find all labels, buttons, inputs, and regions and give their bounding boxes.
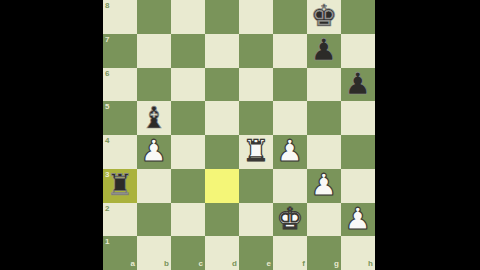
square-f4[interactable]: ♟ (273, 135, 307, 169)
square-f2[interactable]: ♚ (273, 203, 307, 237)
white-rook[interactable]: ♜ (239, 135, 273, 169)
square-b8[interactable] (137, 0, 171, 34)
square-e5[interactable] (239, 101, 273, 135)
square-d3[interactable] (205, 169, 239, 203)
square-h5[interactable] (341, 101, 375, 135)
file-label-g: g (334, 260, 339, 268)
black-bishop[interactable]: ♝ (137, 101, 171, 135)
square-c7[interactable] (171, 34, 205, 68)
file-label-c: c (199, 260, 203, 268)
rank-label-1: 1 (105, 238, 109, 246)
square-c4[interactable] (171, 135, 205, 169)
square-e4[interactable]: ♜ (239, 135, 273, 169)
square-g2[interactable] (307, 203, 341, 237)
black-king[interactable]: ♚ (307, 0, 341, 34)
rank-label-4: 4 (105, 137, 109, 145)
square-g4[interactable] (307, 135, 341, 169)
square-a8[interactable]: 8 (103, 0, 137, 34)
square-c5[interactable] (171, 101, 205, 135)
rank-label-7: 7 (105, 36, 109, 44)
square-g1[interactable]: g (307, 236, 341, 270)
square-a7[interactable]: 7 (103, 34, 137, 68)
square-h6[interactable]: ♟ (341, 68, 375, 102)
black-rook[interactable]: ♜ (103, 169, 137, 203)
square-g5[interactable] (307, 101, 341, 135)
rank-label-6: 6 (105, 70, 109, 78)
square-e6[interactable] (239, 68, 273, 102)
square-d6[interactable] (205, 68, 239, 102)
square-e3[interactable] (239, 169, 273, 203)
square-b4[interactable]: ♟ (137, 135, 171, 169)
square-b5[interactable]: ♝ (137, 101, 171, 135)
square-h1[interactable]: h (341, 236, 375, 270)
white-king[interactable]: ♚ (273, 203, 307, 237)
app-background: 8♚7♟6♟5♝4♟♜♟3♜♟2♚♟1abcdefgh (0, 0, 480, 270)
square-g8[interactable]: ♚ (307, 0, 341, 34)
square-d5[interactable] (205, 101, 239, 135)
square-h7[interactable] (341, 34, 375, 68)
black-pawn[interactable]: ♟ (341, 68, 375, 102)
square-f1[interactable]: f (273, 236, 307, 270)
square-a5[interactable]: 5 (103, 101, 137, 135)
black-pawn[interactable]: ♟ (307, 34, 341, 68)
square-b3[interactable] (137, 169, 171, 203)
square-c6[interactable] (171, 68, 205, 102)
square-h8[interactable] (341, 0, 375, 34)
square-f6[interactable] (273, 68, 307, 102)
white-pawn[interactable]: ♟ (137, 135, 171, 169)
square-f3[interactable] (273, 169, 307, 203)
square-e8[interactable] (239, 0, 273, 34)
square-b2[interactable] (137, 203, 171, 237)
file-label-b: b (164, 260, 169, 268)
square-h4[interactable] (341, 135, 375, 169)
square-a6[interactable]: 6 (103, 68, 137, 102)
square-g7[interactable]: ♟ (307, 34, 341, 68)
rank-label-2: 2 (105, 205, 109, 213)
square-d4[interactable] (205, 135, 239, 169)
square-g6[interactable] (307, 68, 341, 102)
file-label-d: d (232, 260, 237, 268)
square-c2[interactable] (171, 203, 205, 237)
square-b1[interactable]: b (137, 236, 171, 270)
white-pawn[interactable]: ♟ (341, 203, 375, 237)
rank-label-5: 5 (105, 103, 109, 111)
square-d2[interactable] (205, 203, 239, 237)
square-a3[interactable]: 3♜ (103, 169, 137, 203)
square-d1[interactable]: d (205, 236, 239, 270)
file-label-h: h (368, 260, 373, 268)
square-a1[interactable]: 1a (103, 236, 137, 270)
white-pawn[interactable]: ♟ (307, 169, 341, 203)
square-d8[interactable] (205, 0, 239, 34)
chess-board: 8♚7♟6♟5♝4♟♜♟3♜♟2♚♟1abcdefgh (103, 0, 375, 270)
square-e7[interactable] (239, 34, 273, 68)
square-e2[interactable] (239, 203, 273, 237)
square-b7[interactable] (137, 34, 171, 68)
square-f7[interactable] (273, 34, 307, 68)
square-g3[interactable]: ♟ (307, 169, 341, 203)
square-h2[interactable]: ♟ (341, 203, 375, 237)
square-e1[interactable]: e (239, 236, 273, 270)
square-c1[interactable]: c (171, 236, 205, 270)
rank-label-8: 8 (105, 2, 109, 10)
square-f5[interactable] (273, 101, 307, 135)
square-h3[interactable] (341, 169, 375, 203)
square-a4[interactable]: 4 (103, 135, 137, 169)
white-pawn[interactable]: ♟ (273, 135, 307, 169)
file-label-e: e (267, 260, 271, 268)
square-f8[interactable] (273, 0, 307, 34)
square-d7[interactable] (205, 34, 239, 68)
file-label-f: f (302, 260, 305, 268)
square-c8[interactable] (171, 0, 205, 34)
square-c3[interactable] (171, 169, 205, 203)
file-label-a: a (131, 260, 135, 268)
square-b6[interactable] (137, 68, 171, 102)
square-a2[interactable]: 2 (103, 203, 137, 237)
